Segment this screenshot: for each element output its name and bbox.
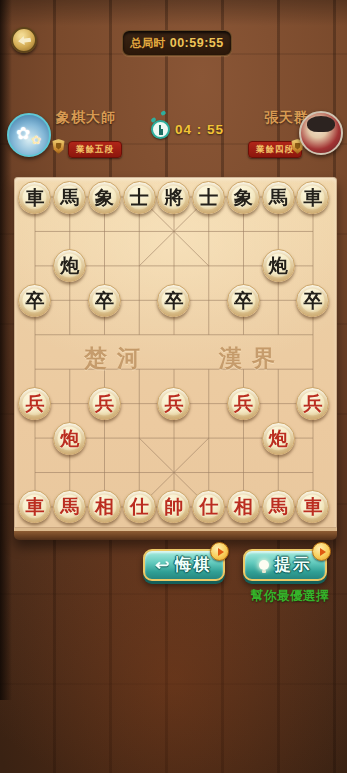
ad-play-icon (312, 542, 331, 561)
piece-red[interactable]: 相 (227, 490, 260, 523)
piece-red[interactable]: 馬 (262, 490, 295, 523)
shield-icon (52, 139, 65, 154)
xiangqi-game-screen: 总局时 00:59:55 ✿ ✿ 象棋大師 業餘五段 04 : 55 張天群 業… (0, 0, 347, 773)
piece-black[interactable]: 馬 (262, 181, 295, 214)
left-edge-shadow (0, 0, 12, 700)
piece-black[interactable]: 卒 (157, 284, 190, 317)
piece-black[interactable]: 卒 (227, 284, 260, 317)
piece-black[interactable]: 車 (296, 181, 329, 214)
hint-button[interactable]: 提示 (243, 549, 327, 581)
piece-red[interactable]: 兵 (296, 387, 329, 420)
board-face[interactable]: 楚河 漢界 車馬象士將士象馬車炮炮卒卒卒卒卒兵兵兵兵兵炮炮車馬相仕帥仕相馬車 (14, 177, 337, 528)
bulb-icon (259, 560, 269, 570)
piece-red[interactable]: 炮 (53, 422, 86, 455)
piece-black[interactable]: 士 (123, 181, 156, 214)
left-player-name: 象棋大師 (56, 109, 116, 127)
board-grid: 車馬象士將士象馬車炮炮卒卒卒卒卒兵兵兵兵兵炮炮車馬相仕帥仕相馬車 (18, 180, 331, 524)
piece-red[interactable]: 兵 (88, 387, 121, 420)
board-side-edge (14, 531, 337, 540)
ad-play-icon (210, 542, 229, 561)
piece-red[interactable]: 相 (88, 490, 121, 523)
piece-black[interactable]: 卒 (88, 284, 121, 317)
piece-red[interactable]: 兵 (18, 387, 51, 420)
top-edge-shadow (0, 0, 347, 26)
total-time-label: 总局时 (130, 36, 165, 51)
back-button[interactable] (11, 27, 37, 53)
piece-black[interactable]: 象 (227, 181, 260, 214)
flower-icon: ✿ (31, 133, 41, 147)
piece-red[interactable]: 兵 (227, 387, 260, 420)
hint-button-label: 提示 (275, 554, 312, 576)
total-time-value: 00:59:55 (170, 36, 224, 50)
undo-icon: ↩ (155, 556, 169, 574)
left-player-rank-badge: 業餘五段 (68, 141, 122, 158)
hint-subtext: 幫你最優選擇 (240, 588, 340, 605)
piece-black[interactable]: 士 (192, 181, 225, 214)
piece-red[interactable]: 兵 (157, 387, 190, 420)
move-timer: 04 : 55 (175, 122, 224, 137)
piece-red[interactable]: 車 (18, 490, 51, 523)
piece-black[interactable]: 炮 (53, 249, 86, 282)
piece-black[interactable]: 象 (88, 181, 121, 214)
back-icon (17, 35, 31, 45)
piece-black[interactable]: 炮 (262, 249, 295, 282)
piece-red[interactable]: 馬 (53, 490, 86, 523)
avatar-hair (307, 116, 335, 132)
piece-red[interactable]: 仕 (192, 490, 225, 523)
total-time-pill: 总局时 00:59:55 (122, 30, 232, 56)
undo-move-button[interactable]: ↩ 悔棋 (143, 549, 225, 581)
piece-black[interactable]: 將 (157, 181, 190, 214)
piece-black[interactable]: 卒 (18, 284, 51, 317)
piece-red[interactable]: 車 (296, 490, 329, 523)
piece-red[interactable]: 仕 (123, 490, 156, 523)
piece-black[interactable]: 卒 (296, 284, 329, 317)
undo-button-label: 悔棋 (175, 554, 212, 576)
xiangqi-board[interactable]: 楚河 漢界 車馬象士將士象馬車炮炮卒卒卒卒卒兵兵兵兵兵炮炮車馬相仕帥仕相馬車 (14, 177, 337, 540)
avatar-right-player[interactable] (299, 111, 343, 155)
piece-red[interactable]: 炮 (262, 422, 295, 455)
piece-black[interactable]: 馬 (53, 181, 86, 214)
flower-icon: ✿ (16, 123, 30, 144)
piece-black[interactable]: 車 (18, 181, 51, 214)
avatar-left-player[interactable]: ✿ ✿ (7, 113, 51, 157)
piece-red[interactable]: 帥 (157, 490, 190, 523)
alarm-clock-icon (151, 120, 170, 139)
